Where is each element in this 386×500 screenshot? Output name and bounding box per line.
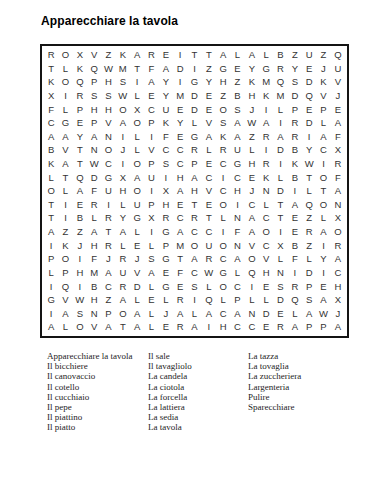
- grid-cell: V: [130, 266, 144, 280]
- grid-cell: L: [159, 293, 173, 307]
- grid-cell: D: [288, 89, 302, 103]
- grid-cell: S: [101, 89, 115, 103]
- grid-cell: I: [58, 211, 72, 225]
- grid-cell: B: [73, 211, 87, 225]
- grid-cell: R: [259, 130, 273, 144]
- grid-cell: L: [288, 307, 302, 321]
- grid-cell: E: [173, 130, 187, 144]
- grid-cell: X: [73, 48, 87, 62]
- grid-cell: L: [144, 280, 158, 294]
- grid-cell: F: [87, 184, 101, 198]
- grid-cell: A: [58, 130, 72, 144]
- grid-cell: U: [302, 48, 316, 62]
- grid-cell: V: [101, 116, 115, 130]
- grid-cell: A: [173, 307, 187, 321]
- grid-cell: P: [73, 102, 87, 116]
- grid-cell: R: [101, 239, 115, 253]
- grid-cell: E: [202, 198, 216, 212]
- grid-cell: Z: [302, 211, 316, 225]
- grid-cell: L: [230, 266, 244, 280]
- grid-cell: Z: [288, 48, 302, 62]
- grid-cell: U: [101, 184, 115, 198]
- grid-cell: J: [331, 307, 345, 321]
- grid-cell: E: [173, 102, 187, 116]
- grid-cell: H: [101, 102, 115, 116]
- grid-cell: W: [245, 116, 259, 130]
- grid-cell: H: [101, 75, 115, 89]
- grid-cell: H: [216, 75, 230, 89]
- grid-cell: V: [202, 184, 216, 198]
- grid-cell: D: [302, 75, 316, 89]
- grid-cell: I: [316, 157, 330, 171]
- grid-cell: M: [87, 266, 101, 280]
- word-search-grid: ROXVZKAREITTALALBZUZQTLKQWMTFADIZGEYGRYE…: [42, 46, 347, 336]
- grid-cell: W: [202, 266, 216, 280]
- grid-cell: L: [302, 252, 316, 266]
- grid-cell: O: [58, 48, 72, 62]
- grid-cell: Q: [202, 293, 216, 307]
- grid-cell: Y: [73, 130, 87, 144]
- grid-cell: C: [101, 157, 115, 171]
- grid-cell: Z: [58, 225, 72, 239]
- grid-cell: J: [101, 252, 115, 266]
- grid-cell: W: [316, 307, 330, 321]
- grid-cell: Z: [73, 225, 87, 239]
- grid-cell: S: [73, 307, 87, 321]
- word-list-item: Il bicchiere: [47, 361, 132, 371]
- grid-cell: Q: [273, 75, 287, 89]
- grid-cell: A: [130, 48, 144, 62]
- grid-cell: Q: [73, 171, 87, 185]
- grid-cell: A: [159, 62, 173, 76]
- grid-cell: U: [230, 143, 244, 157]
- grid-cell: I: [144, 130, 158, 144]
- grid-cell: R: [116, 280, 130, 294]
- grid-cell: A: [130, 171, 144, 185]
- grid-cell: G: [230, 157, 244, 171]
- grid-cell: J: [73, 239, 87, 253]
- grid-cell: Z: [101, 48, 115, 62]
- grid-cell: E: [245, 171, 259, 185]
- grid-cell: T: [101, 225, 115, 239]
- grid-cell: H: [230, 184, 244, 198]
- grid-cell: A: [245, 48, 259, 62]
- grid-cell: A: [202, 307, 216, 321]
- grid-cell: L: [44, 171, 58, 185]
- grid-cell: Z: [216, 89, 230, 103]
- grid-cell: X: [144, 211, 158, 225]
- grid-cell: K: [245, 75, 259, 89]
- grid-cell: Y: [173, 116, 187, 130]
- grid-cell: I: [245, 280, 259, 294]
- grid-cell: I: [316, 239, 330, 253]
- grid-cell: J: [159, 307, 173, 321]
- grid-cell: R: [73, 89, 87, 103]
- grid-cell: R: [273, 320, 287, 334]
- grid-cell: P: [230, 293, 244, 307]
- grid-cell: C: [173, 211, 187, 225]
- grid-cell: N: [245, 307, 259, 321]
- grid-cell: K: [316, 75, 330, 89]
- grid-cell: I: [173, 48, 187, 62]
- grid-cell: R: [173, 293, 187, 307]
- word-list-item: La tovaglia: [248, 361, 301, 371]
- grid-cell: Y: [159, 75, 173, 89]
- grid-cell: B: [288, 143, 302, 157]
- grid-cell: N: [230, 211, 244, 225]
- grid-cell: X: [331, 143, 345, 157]
- grid-cell: M: [259, 75, 273, 89]
- grid-cell: L: [116, 239, 130, 253]
- grid-cell: J: [245, 102, 259, 116]
- grid-cell: A: [331, 252, 345, 266]
- grid-cell: A: [116, 116, 130, 130]
- grid-cell: K: [259, 171, 273, 185]
- grid-cell: P: [101, 307, 115, 321]
- word-list-item: Il piattino: [47, 412, 132, 422]
- grid-cell: I: [316, 266, 330, 280]
- grid-cell: N: [101, 130, 115, 144]
- grid-cell: P: [144, 198, 158, 212]
- grid-cell: H: [159, 198, 173, 212]
- word-list-item: Pulire: [248, 392, 301, 402]
- grid-cell: M: [116, 62, 130, 76]
- grid-cell: Z: [202, 62, 216, 76]
- grid-cell: D: [173, 62, 187, 76]
- grid-cell: I: [216, 171, 230, 185]
- grid-cell: N: [87, 307, 101, 321]
- grid-cell: W: [101, 62, 115, 76]
- grid-cell: D: [273, 143, 287, 157]
- grid-cell: Q: [302, 89, 316, 103]
- grid-cell: B: [44, 143, 58, 157]
- word-list-item: La candela: [148, 371, 192, 381]
- grid-cell: G: [159, 280, 173, 294]
- grid-cell: C: [187, 266, 201, 280]
- grid-cell: F: [331, 130, 345, 144]
- grid-cell: O: [116, 307, 130, 321]
- grid-cell: L: [87, 211, 101, 225]
- grid-cell: R: [202, 252, 216, 266]
- grid-cell: F: [230, 225, 244, 239]
- grid-cell: F: [44, 102, 58, 116]
- grid-cell: O: [216, 102, 230, 116]
- grid-cell: P: [87, 75, 101, 89]
- grid-cell: A: [331, 184, 345, 198]
- grid-cell: H: [245, 157, 259, 171]
- grid-cell: E: [288, 225, 302, 239]
- grid-cell: H: [187, 184, 201, 198]
- grid-cell: B: [288, 171, 302, 185]
- grid-cell: T: [116, 320, 130, 334]
- grid-cell: A: [230, 116, 244, 130]
- grid-cell: A: [230, 307, 244, 321]
- grid-cell: S: [187, 280, 201, 294]
- grid-cell: L: [245, 293, 259, 307]
- grid-cell: M: [173, 239, 187, 253]
- grid-cell: L: [202, 143, 216, 157]
- grid-cell: F: [159, 130, 173, 144]
- grid-cell: N: [259, 184, 273, 198]
- grid-cell: Q: [288, 293, 302, 307]
- grid-cell: C: [331, 266, 345, 280]
- grid-cell: X: [44, 89, 58, 103]
- grid-cell: C: [245, 198, 259, 212]
- grid-cell: I: [73, 280, 87, 294]
- grid-cell: I: [116, 157, 130, 171]
- grid-cell: T: [187, 48, 201, 62]
- grid-cell: Q: [58, 280, 72, 294]
- grid-cell: L: [130, 293, 144, 307]
- grid-cell: L: [216, 211, 230, 225]
- grid-cell: E: [302, 102, 316, 116]
- grid-cell: J: [316, 62, 330, 76]
- grid-cell: R: [273, 62, 287, 76]
- grid-cell: A: [130, 307, 144, 321]
- grid-cell: A: [87, 225, 101, 239]
- grid-cell: G: [58, 116, 72, 130]
- grid-cell: R: [302, 225, 316, 239]
- grid-cell: A: [116, 293, 130, 307]
- grid-cell: A: [44, 130, 58, 144]
- grid-cell: S: [302, 293, 316, 307]
- grid-cell: X: [130, 102, 144, 116]
- grid-cell: R: [331, 157, 345, 171]
- grid-cell: U: [159, 102, 173, 116]
- grid-cell: O: [58, 252, 72, 266]
- grid-cell: J: [130, 252, 144, 266]
- grid-cell: S: [273, 280, 287, 294]
- grid-cell: Z: [316, 48, 330, 62]
- grid-cell: L: [187, 116, 201, 130]
- grid-cell: O: [216, 239, 230, 253]
- grid-cell: A: [216, 48, 230, 62]
- grid-cell: P: [44, 252, 58, 266]
- grid-cell: L: [116, 198, 130, 212]
- grid-cell: B: [87, 280, 101, 294]
- grid-cell: R: [187, 211, 201, 225]
- grid-cell: E: [173, 198, 187, 212]
- grid-cell: Z: [302, 239, 316, 253]
- grid-cell: L: [230, 48, 244, 62]
- grid-cell: D: [187, 89, 201, 103]
- grid-cell: T: [273, 198, 287, 212]
- grid-cell: Y: [116, 211, 130, 225]
- grid-cell: R: [259, 157, 273, 171]
- grid-cell: L: [58, 320, 72, 334]
- grid-cell: L: [130, 89, 144, 103]
- grid-cell: M: [173, 89, 187, 103]
- grid-cell: C: [173, 157, 187, 171]
- grid-cell: R: [144, 48, 158, 62]
- grid-cell: P: [144, 116, 158, 130]
- grid-cell: G: [159, 252, 173, 266]
- grid-cell: C: [216, 157, 230, 171]
- grid-cell: L: [216, 293, 230, 307]
- grid-cell: S: [216, 116, 230, 130]
- grid-cell: E: [144, 89, 158, 103]
- grid-cell: O: [58, 75, 72, 89]
- grid-cell: L: [144, 320, 158, 334]
- grid-cell: G: [130, 211, 144, 225]
- grid-cell: V: [144, 143, 158, 157]
- word-list-item: Sparecchiare: [248, 402, 301, 412]
- grid-cell: O: [216, 280, 230, 294]
- grid-cell: A: [331, 320, 345, 334]
- grid-cell: E: [144, 293, 158, 307]
- grid-cell: H: [173, 171, 187, 185]
- grid-cell: O: [216, 198, 230, 212]
- grid-cell: I: [101, 198, 115, 212]
- word-list-item: Apparecchiare la tavola: [47, 351, 132, 361]
- grid-cell: E: [288, 211, 302, 225]
- grid-cell: X: [331, 211, 345, 225]
- grid-cell: S: [116, 75, 130, 89]
- grid-cell: P: [58, 266, 72, 280]
- grid-cell: Q: [73, 75, 87, 89]
- grid-cell: O: [331, 225, 345, 239]
- grid-cell: C: [159, 143, 173, 157]
- grid-cell: Y: [316, 252, 330, 266]
- grid-cell: G: [187, 130, 201, 144]
- grid-cell: V: [87, 320, 101, 334]
- grid-cell: C: [245, 320, 259, 334]
- grid-cell: E: [230, 62, 244, 76]
- grid-cell: X: [159, 184, 173, 198]
- grid-cell: Z: [230, 75, 244, 89]
- grid-cell: O: [259, 225, 273, 239]
- word-search-grid-frame: ROXVZKAREITTALALBZUZQTLKQWMTFADIZGEYGRYE…: [40, 44, 349, 338]
- grid-cell: H: [216, 320, 230, 334]
- grid-cell: L: [259, 48, 273, 62]
- grid-cell: R: [159, 211, 173, 225]
- grid-cell: D: [273, 293, 287, 307]
- grid-cell: A: [302, 307, 316, 321]
- grid-cell: I: [144, 225, 158, 239]
- grid-cell: X: [273, 239, 287, 253]
- grid-cell: U: [202, 239, 216, 253]
- grid-cell: T: [316, 184, 330, 198]
- grid-cell: V: [58, 293, 72, 307]
- page-title: Apparecchiare la tavola: [41, 14, 178, 28]
- grid-cell: E: [316, 280, 330, 294]
- grid-cell: V: [87, 48, 101, 62]
- grid-cell: O: [130, 116, 144, 130]
- grid-cell: K: [73, 62, 87, 76]
- grid-cell: C: [216, 252, 230, 266]
- grid-cell: I: [202, 320, 216, 334]
- grid-cell: Y: [245, 62, 259, 76]
- grid-cell: T: [302, 171, 316, 185]
- grid-cell: E: [202, 102, 216, 116]
- grid-cell: T: [73, 143, 87, 157]
- grid-cell: E: [202, 157, 216, 171]
- grid-cell: J: [331, 89, 345, 103]
- grid-cell: D: [273, 184, 287, 198]
- grid-cell: I: [230, 198, 244, 212]
- grid-cell: K: [116, 48, 130, 62]
- grid-cell: L: [273, 102, 287, 116]
- grid-cell: T: [202, 48, 216, 62]
- grid-cell: S: [144, 252, 158, 266]
- grid-cell: L: [202, 280, 216, 294]
- grid-cell: H: [331, 280, 345, 294]
- grid-cell: X: [331, 293, 345, 307]
- grid-cell: C: [259, 211, 273, 225]
- grid-cell: I: [144, 184, 158, 198]
- grid-cell: Y: [288, 62, 302, 76]
- grid-cell: G: [101, 171, 115, 185]
- grid-cell: Q: [302, 198, 316, 212]
- grid-cell: J: [116, 143, 130, 157]
- grid-cell: L: [130, 130, 144, 144]
- grid-cell: U: [116, 266, 130, 280]
- grid-cell: I: [259, 143, 273, 157]
- word-list-item: La ciotola: [148, 382, 192, 392]
- grid-cell: R: [116, 252, 130, 266]
- grid-cell: F: [87, 252, 101, 266]
- grid-cell: I: [187, 293, 201, 307]
- grid-cell: C: [173, 143, 187, 157]
- grid-cell: C: [101, 280, 115, 294]
- grid-cell: W: [116, 89, 130, 103]
- word-list-item: La tazza: [248, 351, 301, 361]
- grid-cell: L: [58, 62, 72, 76]
- grid-cell: I: [173, 75, 187, 89]
- grid-cell: N: [273, 266, 287, 280]
- grid-cell: A: [58, 157, 72, 171]
- word-list-item: Largenteria: [248, 382, 301, 392]
- grid-cell: B: [273, 48, 287, 62]
- grid-cell: I: [44, 280, 58, 294]
- grid-cell: I: [44, 239, 58, 253]
- grid-cell: R: [173, 320, 187, 334]
- grid-cell: W: [302, 157, 316, 171]
- grid-cell: G: [259, 62, 273, 76]
- grid-cell: L: [130, 143, 144, 157]
- grid-cell: E: [202, 89, 216, 103]
- grid-cell: R: [216, 143, 230, 157]
- grid-cell: S: [288, 75, 302, 89]
- grid-cell: H: [245, 89, 259, 103]
- grid-cell: I: [273, 225, 287, 239]
- grid-cell: P: [316, 320, 330, 334]
- grid-cell: A: [316, 130, 330, 144]
- grid-cell: V: [259, 252, 273, 266]
- grid-cell: U: [331, 62, 345, 76]
- grid-cell: R: [331, 239, 345, 253]
- word-list-column-2: Il saleIl tavaglioloLa candelaLa ciotola…: [148, 351, 192, 433]
- word-list-column-1: Apparecchiare la tavolaIl bicchiereIl ca…: [47, 351, 132, 433]
- grid-cell: A: [187, 171, 201, 185]
- grid-cell: A: [245, 211, 259, 225]
- grid-cell: O: [316, 171, 330, 185]
- word-list-item: Il tavagliolo: [148, 361, 192, 371]
- grid-cell: L: [187, 307, 201, 321]
- word-list-item: Il cucchiaio: [47, 392, 132, 402]
- grid-cell: K: [216, 130, 230, 144]
- word-list-item: Il pepe: [47, 402, 132, 412]
- grid-cell: E: [173, 280, 187, 294]
- grid-cell: E: [302, 62, 316, 76]
- grid-cell: F: [144, 62, 158, 76]
- grid-cell: P: [302, 280, 316, 294]
- grid-cell: F: [331, 171, 345, 185]
- grid-cell: A: [101, 320, 115, 334]
- grid-cell: S: [230, 102, 244, 116]
- grid-cell: A: [187, 252, 201, 266]
- grid-cell: A: [230, 252, 244, 266]
